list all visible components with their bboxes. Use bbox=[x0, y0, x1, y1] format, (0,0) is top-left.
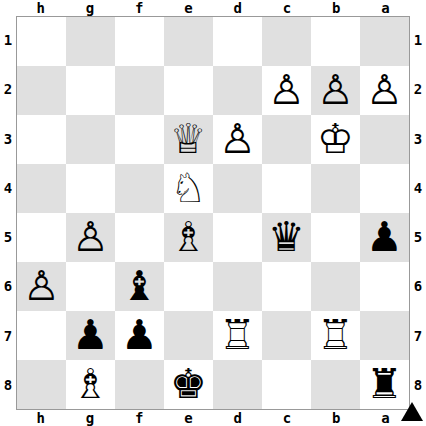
file-labels-bottom-label: g bbox=[65, 410, 114, 426]
square-g5[interactable]: ♙ bbox=[66, 213, 115, 262]
piece-white-queen[interactable]: ♕ bbox=[164, 115, 213, 164]
file-labels-top: hgfedcba bbox=[16, 0, 410, 16]
square-e2[interactable] bbox=[164, 66, 213, 115]
file-labels-top-label: e bbox=[164, 0, 213, 16]
square-e1[interactable] bbox=[164, 17, 213, 66]
square-c8[interactable] bbox=[262, 360, 311, 409]
square-e7[interactable] bbox=[164, 311, 213, 360]
square-f2[interactable] bbox=[115, 66, 164, 115]
square-b4[interactable] bbox=[311, 164, 360, 213]
piece-white-bishop[interactable]: ♗ bbox=[66, 360, 115, 409]
piece-white-pawn[interactable]: ♙ bbox=[360, 66, 409, 115]
square-b3[interactable]: ♔ bbox=[311, 115, 360, 164]
square-g1[interactable] bbox=[66, 17, 115, 66]
square-h3[interactable] bbox=[17, 115, 66, 164]
square-a3[interactable] bbox=[360, 115, 409, 164]
file-labels-top-label: c bbox=[262, 0, 311, 16]
rank-labels-right-label: 6 bbox=[410, 262, 426, 311]
square-d2[interactable] bbox=[213, 66, 262, 115]
square-g8[interactable]: ♗ bbox=[66, 360, 115, 409]
piece-black-bishop[interactable]: ♝ bbox=[115, 262, 164, 311]
square-a2[interactable]: ♙ bbox=[360, 66, 409, 115]
square-b1[interactable] bbox=[311, 17, 360, 66]
black-to-move-triangle-icon bbox=[401, 402, 423, 421]
square-d8[interactable] bbox=[213, 360, 262, 409]
square-h5[interactable] bbox=[17, 213, 66, 262]
square-a1[interactable] bbox=[360, 17, 409, 66]
square-f1[interactable] bbox=[115, 17, 164, 66]
piece-white-pawn[interactable]: ♙ bbox=[66, 213, 115, 262]
square-a7[interactable] bbox=[360, 311, 409, 360]
file-labels-bottom-label: h bbox=[16, 410, 65, 426]
file-labels-top-label: h bbox=[16, 0, 65, 16]
board: ♙♙♙♕♙♔♘♙♗♛♟♙♝♟♟♖♖♗♚♜ bbox=[16, 16, 410, 410]
rank-labels-right-label: 2 bbox=[410, 65, 426, 114]
square-g6[interactable] bbox=[66, 262, 115, 311]
square-f8[interactable] bbox=[115, 360, 164, 409]
square-f7[interactable]: ♟ bbox=[115, 311, 164, 360]
square-e4[interactable]: ♘ bbox=[164, 164, 213, 213]
piece-black-pawn[interactable]: ♟ bbox=[115, 311, 164, 360]
rank-labels-right-label: 5 bbox=[410, 213, 426, 262]
piece-black-pawn[interactable]: ♟ bbox=[66, 311, 115, 360]
rank-labels-left-label: 7 bbox=[0, 312, 16, 361]
piece-white-bishop[interactable]: ♗ bbox=[164, 213, 213, 262]
piece-white-king[interactable]: ♔ bbox=[311, 115, 360, 164]
rank-labels-left-label: 6 bbox=[0, 262, 16, 311]
square-h6[interactable]: ♙ bbox=[17, 262, 66, 311]
piece-black-pawn[interactable]: ♟ bbox=[360, 213, 409, 262]
square-b2[interactable]: ♙ bbox=[311, 66, 360, 115]
square-f5[interactable] bbox=[115, 213, 164, 262]
piece-white-pawn[interactable]: ♙ bbox=[17, 262, 66, 311]
square-f3[interactable] bbox=[115, 115, 164, 164]
square-f6[interactable]: ♝ bbox=[115, 262, 164, 311]
file-labels-top-label: a bbox=[361, 0, 410, 16]
rank-labels-right-label: 3 bbox=[410, 115, 426, 164]
square-c5[interactable]: ♛ bbox=[262, 213, 311, 262]
piece-white-pawn[interactable]: ♙ bbox=[262, 66, 311, 115]
chess-diagram: hgfedcba 12345678 12345678 ♙♙♙♕♙♔♘♙♗♛♟♙♝… bbox=[0, 0, 426, 426]
square-a5[interactable]: ♟ bbox=[360, 213, 409, 262]
square-d7[interactable]: ♖ bbox=[213, 311, 262, 360]
square-d3[interactable]: ♙ bbox=[213, 115, 262, 164]
file-labels-bottom-label: d bbox=[213, 410, 262, 426]
file-labels-top-label: f bbox=[115, 0, 164, 16]
rank-labels-left-label: 5 bbox=[0, 213, 16, 262]
square-d4[interactable] bbox=[213, 164, 262, 213]
square-c4[interactable] bbox=[262, 164, 311, 213]
square-a4[interactable] bbox=[360, 164, 409, 213]
square-e6[interactable] bbox=[164, 262, 213, 311]
square-b6[interactable] bbox=[311, 262, 360, 311]
piece-white-knight[interactable]: ♘ bbox=[164, 164, 213, 213]
square-d6[interactable] bbox=[213, 262, 262, 311]
square-c7[interactable] bbox=[262, 311, 311, 360]
piece-white-rook[interactable]: ♖ bbox=[213, 311, 262, 360]
square-c3[interactable] bbox=[262, 115, 311, 164]
square-c2[interactable]: ♙ bbox=[262, 66, 311, 115]
square-g4[interactable] bbox=[66, 164, 115, 213]
square-g2[interactable] bbox=[66, 66, 115, 115]
piece-white-pawn[interactable]: ♙ bbox=[213, 115, 262, 164]
file-labels-top-label: g bbox=[65, 0, 114, 16]
file-labels-bottom-label: c bbox=[262, 410, 311, 426]
square-h7[interactable] bbox=[17, 311, 66, 360]
rank-labels-left-label: 3 bbox=[0, 115, 16, 164]
rank-labels-right-label: 4 bbox=[410, 164, 426, 213]
square-g3[interactable] bbox=[66, 115, 115, 164]
rank-labels-left-label: 4 bbox=[0, 164, 16, 213]
square-f4[interactable] bbox=[115, 164, 164, 213]
rank-labels-left: 12345678 bbox=[0, 16, 16, 410]
file-labels-top-label: d bbox=[213, 0, 262, 16]
rank-labels-right-label: 7 bbox=[410, 312, 426, 361]
square-b8[interactable] bbox=[311, 360, 360, 409]
file-labels-bottom-label: b bbox=[312, 410, 361, 426]
square-e8[interactable]: ♚ bbox=[164, 360, 213, 409]
piece-white-rook[interactable]: ♖ bbox=[311, 311, 360, 360]
square-e5[interactable]: ♗ bbox=[164, 213, 213, 262]
file-labels-bottom-label: e bbox=[164, 410, 213, 426]
piece-black-queen[interactable]: ♛ bbox=[262, 213, 311, 262]
square-h1[interactable] bbox=[17, 17, 66, 66]
rank-labels-left-label: 8 bbox=[0, 361, 16, 410]
rank-labels-left-label: 1 bbox=[0, 16, 16, 65]
square-h2[interactable] bbox=[17, 66, 66, 115]
rank-labels-right-label: 1 bbox=[410, 16, 426, 65]
piece-black-king[interactable]: ♚ bbox=[164, 360, 213, 409]
file-labels-bottom: hgfedcba bbox=[16, 410, 410, 426]
piece-white-pawn[interactable]: ♙ bbox=[311, 66, 360, 115]
rank-labels-left-label: 2 bbox=[0, 65, 16, 114]
square-a6[interactable] bbox=[360, 262, 409, 311]
square-b7[interactable]: ♖ bbox=[311, 311, 360, 360]
square-d1[interactable] bbox=[213, 17, 262, 66]
square-g7[interactable]: ♟ bbox=[66, 311, 115, 360]
square-e3[interactable]: ♕ bbox=[164, 115, 213, 164]
file-labels-top-label: b bbox=[312, 0, 361, 16]
square-b5[interactable] bbox=[311, 213, 360, 262]
square-c1[interactable] bbox=[262, 17, 311, 66]
square-h4[interactable] bbox=[17, 164, 66, 213]
rank-labels-right: 12345678 bbox=[410, 16, 426, 410]
square-d5[interactable] bbox=[213, 213, 262, 262]
file-labels-bottom-label: f bbox=[115, 410, 164, 426]
square-h8[interactable] bbox=[17, 360, 66, 409]
square-c6[interactable] bbox=[262, 262, 311, 311]
